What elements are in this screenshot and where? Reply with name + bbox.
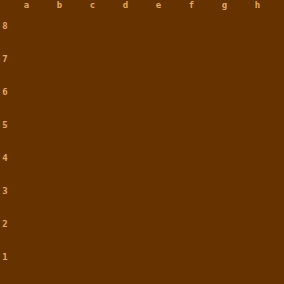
rank-label-2: 2 — [0, 208, 10, 241]
rank-label-8: 8 — [0, 10, 10, 43]
file-labels: abcdefgh — [10, 0, 274, 10]
rank-label-6: 6 — [0, 76, 10, 109]
chess-board — [10, 10, 274, 274]
rank-label-4: 4 — [0, 142, 10, 175]
rank-label-5: 5 — [0, 109, 10, 142]
chess-board-frame: abcdefgh 87654321 — [0, 0, 284, 284]
rank-label-1: 1 — [0, 241, 10, 274]
rank-label-3: 3 — [0, 175, 10, 208]
rank-labels: 87654321 — [0, 10, 10, 274]
rank-label-7: 7 — [0, 43, 10, 76]
